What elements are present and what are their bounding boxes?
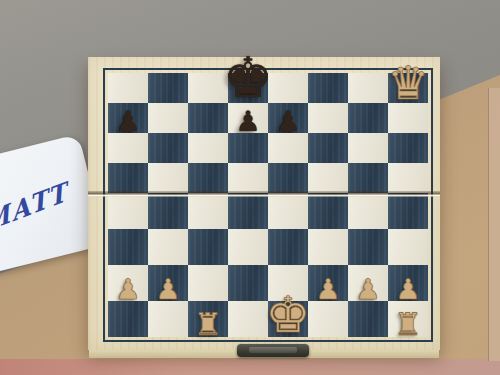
cardboard-right-edge [488,88,500,361]
square-e4[interactable] [268,193,308,229]
square-b8[interactable] [148,73,188,103]
square-d6[interactable] [228,133,268,163]
square-f2[interactable]: ♟ [308,265,348,301]
piece-black-pawn-d7[interactable]: ♟ [235,108,260,136]
square-c7[interactable] [188,103,228,133]
square-c2[interactable] [188,265,228,301]
square-a6[interactable] [108,133,148,163]
square-h4[interactable] [388,193,428,229]
square-e1[interactable]: ♚ [268,301,308,337]
piece-white-rook-c1[interactable]: ♜ [194,309,222,340]
square-f4[interactable] [308,193,348,229]
square-b6[interactable] [148,133,188,163]
square-b4[interactable] [148,193,188,229]
piece-black-king-d8[interactable]: ♚ [223,50,273,106]
square-d1[interactable] [228,301,268,337]
square-g7[interactable] [348,103,388,133]
square-b5[interactable] [148,163,188,193]
square-b1[interactable] [148,301,188,337]
square-g5[interactable] [348,163,388,193]
square-b7[interactable] [148,103,188,133]
square-h7[interactable] [388,103,428,133]
square-c5[interactable] [188,163,228,193]
square-g6[interactable] [348,133,388,163]
board-clasp-icon [237,344,309,357]
piece-white-pawn-b2[interactable]: ♟ [155,276,180,304]
scene: MATT ♚♛♟♟♟♟♟♟♟♟♜♚♜ [0,0,500,375]
square-d3[interactable] [228,229,268,265]
square-d4[interactable] [228,193,268,229]
square-h1[interactable]: ♜ [388,301,428,337]
square-a4[interactable] [108,193,148,229]
square-c4[interactable] [188,193,228,229]
square-e5[interactable] [268,163,308,193]
square-c6[interactable] [188,133,228,163]
note-text: MATT [0,177,70,239]
piece-white-queen-h8[interactable]: ♛ [387,60,428,106]
square-b3[interactable] [148,229,188,265]
square-g4[interactable] [348,193,388,229]
square-e7[interactable]: ♟ [268,103,308,133]
square-h2[interactable]: ♟ [388,265,428,301]
square-a2[interactable]: ♟ [108,265,148,301]
cardboard-bottom-strip [0,359,500,375]
square-g8[interactable] [348,73,388,103]
square-f7[interactable] [308,103,348,133]
square-b2[interactable]: ♟ [148,265,188,301]
square-f5[interactable] [308,163,348,193]
board-grid: ♚♛♟♟♟♟♟♟♟♟♜♚♜ [108,73,428,337]
board-border-line: ♚♛♟♟♟♟♟♟♟♟♜♚♜ [103,68,433,342]
square-g2[interactable]: ♟ [348,265,388,301]
chess-board: ♚♛♟♟♟♟♟♟♟♟♜♚♜ [88,57,440,350]
square-a7[interactable]: ♟ [108,103,148,133]
piece-black-pawn-e7[interactable]: ♟ [275,108,300,136]
square-e8[interactable] [268,73,308,103]
piece-white-pawn-g2[interactable]: ♟ [355,276,380,304]
square-d7[interactable]: ♟ [228,103,268,133]
square-e6[interactable] [268,133,308,163]
square-f6[interactable] [308,133,348,163]
square-g3[interactable] [348,229,388,265]
square-c1[interactable]: ♜ [188,301,228,337]
square-c3[interactable] [188,229,228,265]
piece-white-rook-h1[interactable]: ♜ [394,309,422,340]
square-a8[interactable] [108,73,148,103]
square-f3[interactable] [308,229,348,265]
square-h3[interactable] [388,229,428,265]
piece-white-pawn-h2[interactable]: ♟ [395,276,420,304]
piece-black-pawn-a7[interactable]: ♟ [115,108,140,136]
square-d2[interactable] [228,265,268,301]
board-fold-seam [88,191,440,197]
square-h8[interactable]: ♛ [388,73,428,103]
square-d5[interactable] [228,163,268,193]
square-a5[interactable] [108,163,148,193]
square-h6[interactable] [388,133,428,163]
square-f1[interactable] [308,301,348,337]
square-a3[interactable] [108,229,148,265]
piece-white-king-e1[interactable]: ♚ [266,290,311,340]
square-h5[interactable] [388,163,428,193]
square-a1[interactable] [108,301,148,337]
piece-white-pawn-f2[interactable]: ♟ [315,276,340,304]
square-f8[interactable] [308,73,348,103]
square-d8[interactable]: ♚ [228,73,268,103]
square-g1[interactable] [348,301,388,337]
square-e3[interactable] [268,229,308,265]
piece-white-pawn-a2[interactable]: ♟ [115,276,140,304]
